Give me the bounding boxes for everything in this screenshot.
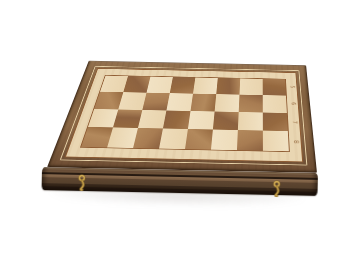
board-square: [191, 93, 217, 111]
board-square: [263, 112, 288, 131]
board-square: [185, 129, 213, 149]
board-square: [213, 111, 239, 130]
board-square: [263, 79, 286, 96]
board-square: [147, 77, 173, 93]
case-tilt-wrapper: 5678: [0, 0, 350, 264]
board-square: [193, 77, 218, 94]
board-square: [188, 111, 215, 130]
board-square: [138, 110, 167, 129]
board-square: [237, 130, 263, 151]
board-square: [159, 129, 188, 149]
board-square: [170, 77, 196, 93]
squares-grid: [80, 75, 290, 152]
board-square: [238, 112, 263, 131]
board-square: [263, 95, 287, 113]
board-square: [239, 78, 262, 95]
board-square: [239, 94, 263, 112]
board-square: [215, 94, 240, 112]
board-square: [216, 78, 240, 95]
chess-board-top: 5678: [47, 61, 317, 173]
board-square: [133, 128, 163, 148]
product-photo-chess-case: 5678: [0, 0, 350, 264]
board-square: [163, 110, 191, 129]
brass-clasp-icon: [270, 180, 282, 198]
board-square: [263, 131, 289, 152]
board-square: [142, 93, 169, 111]
board-square: [211, 130, 238, 150]
brass-clasp-icon: [76, 174, 88, 192]
board-square: [166, 93, 193, 111]
